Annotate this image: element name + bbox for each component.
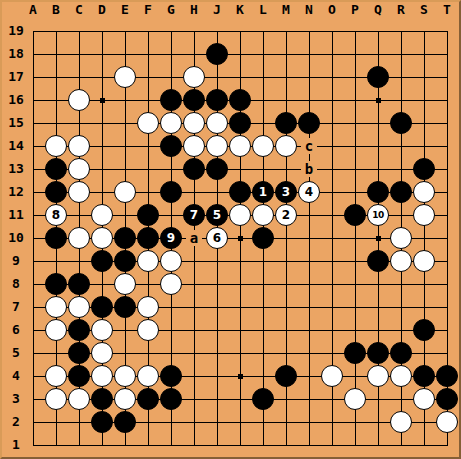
stone-white-R10[interactable] [390, 227, 412, 249]
stone-white-F7[interactable] [137, 296, 159, 318]
stone-black-C6[interactable] [68, 319, 90, 341]
row-label-9: 9 [4, 254, 28, 268]
stone-white-J15[interactable] [206, 112, 228, 134]
star-point-K4 [238, 374, 243, 379]
column-label-Q: Q [367, 3, 389, 17]
stone-white-G8[interactable] [160, 273, 182, 295]
stone-black-T4[interactable] [436, 365, 458, 387]
stone-white-D6[interactable] [91, 319, 113, 341]
stone-white-E4[interactable] [114, 365, 136, 387]
grid-line-horizontal [33, 284, 448, 285]
stone-black-D7[interactable] [91, 296, 113, 318]
column-label-M: M [275, 3, 297, 17]
stone-white-B7[interactable] [45, 296, 67, 318]
grid-line-horizontal [33, 445, 448, 446]
stone-white-K11[interactable] [229, 204, 251, 226]
star-point-K10 [238, 236, 243, 241]
stone-black-Q9[interactable] [367, 250, 389, 272]
stone-black-J18[interactable] [206, 43, 228, 65]
stone-white-S11[interactable] [413, 204, 435, 226]
column-label-L: L [252, 3, 274, 17]
stone-black-F11[interactable] [137, 204, 159, 226]
stone-black-K16[interactable] [229, 89, 251, 111]
stone-black-L3[interactable] [252, 388, 274, 410]
stone-white-E8[interactable] [114, 273, 136, 295]
stone-white-C14[interactable] [68, 135, 90, 157]
stone-white-G9[interactable] [160, 250, 182, 272]
stone-white-F9[interactable] [137, 250, 159, 272]
stone-white-H14[interactable] [183, 135, 205, 157]
star-point-Q16 [376, 98, 381, 103]
row-label-13: 13 [4, 162, 28, 176]
stone-white-B3[interactable] [45, 388, 67, 410]
stone-black-B10[interactable] [45, 227, 67, 249]
row-label-4: 4 [4, 369, 28, 383]
point-label-a-H10: a [186, 230, 202, 246]
row-label-14: 14 [4, 139, 28, 153]
column-label-B: B [45, 3, 67, 17]
stone-black-G4[interactable] [160, 365, 182, 387]
column-label-N: N [298, 3, 320, 17]
stone-black-E10[interactable] [114, 227, 136, 249]
stone-black-S4[interactable] [413, 365, 435, 387]
column-label-E: E [114, 3, 136, 17]
column-label-O: O [321, 3, 343, 17]
row-label-7: 7 [4, 300, 28, 314]
column-label-F: F [137, 3, 159, 17]
stone-black-B13[interactable] [45, 158, 67, 180]
stone-black-C4[interactable] [68, 365, 90, 387]
stone-white-P3[interactable] [344, 388, 366, 410]
stone-white-C16[interactable] [68, 89, 90, 111]
row-label-17: 17 [4, 70, 28, 84]
stone-white-L14[interactable] [252, 135, 274, 157]
stone-black-Q17[interactable] [367, 66, 389, 88]
stone-black-L10[interactable] [252, 227, 274, 249]
stone-black-R12[interactable] [390, 181, 412, 203]
row-label-6: 6 [4, 323, 28, 337]
stone-black-M15[interactable] [275, 112, 297, 134]
stone-black-S13[interactable] [413, 158, 435, 180]
stone-black-S6[interactable] [413, 319, 435, 341]
stone-black-G12[interactable] [160, 181, 182, 203]
column-label-S: S [413, 3, 435, 17]
stone-white-B4[interactable] [45, 365, 67, 387]
stone-white-R4[interactable] [390, 365, 412, 387]
stone-black-D9[interactable] [91, 250, 113, 272]
stone-white-C3[interactable] [68, 388, 90, 410]
row-label-11: 11 [4, 208, 28, 222]
column-label-R: R [390, 3, 412, 17]
stone-black-move-5-J11[interactable]: 5 [206, 204, 228, 226]
stone-white-D11[interactable] [91, 204, 113, 226]
stone-white-move-2-M11[interactable]: 2 [275, 204, 297, 226]
stone-white-F6[interactable] [137, 319, 159, 341]
stone-black-move-7-H11[interactable]: 7 [183, 204, 205, 226]
stone-black-Q5[interactable] [367, 342, 389, 364]
row-label-3: 3 [4, 392, 28, 406]
stone-white-move-4-N12[interactable]: 4 [298, 181, 320, 203]
stone-black-R15[interactable] [390, 112, 412, 134]
stone-black-J13[interactable] [206, 158, 228, 180]
stone-white-C10[interactable] [68, 227, 90, 249]
stone-black-E9[interactable] [114, 250, 136, 272]
stone-black-H16[interactable] [183, 89, 205, 111]
stone-white-E12[interactable] [114, 181, 136, 203]
stone-white-O4[interactable] [321, 365, 343, 387]
stone-white-C7[interactable] [68, 296, 90, 318]
stone-white-D5[interactable] [91, 342, 113, 364]
row-label-2: 2 [4, 415, 28, 429]
stone-black-D3[interactable] [91, 388, 113, 410]
stone-black-T3[interactable] [436, 388, 458, 410]
stone-white-L11[interactable] [252, 204, 274, 226]
stone-black-B8[interactable] [45, 273, 67, 295]
stone-white-B6[interactable] [45, 319, 67, 341]
stone-white-F4[interactable] [137, 365, 159, 387]
stone-white-S9[interactable] [413, 250, 435, 272]
column-label-C: C [68, 3, 90, 17]
stone-black-G14[interactable] [160, 135, 182, 157]
go-board: ABCDEFGHJKLMNOPQRST191817161514131211109… [0, 0, 461, 459]
row-label-12: 12 [4, 185, 28, 199]
stone-white-move-6-J10[interactable]: 6 [206, 227, 228, 249]
point-label-b-N13: b [301, 161, 317, 177]
stone-black-G3[interactable] [160, 388, 182, 410]
column-label-H: H [183, 3, 205, 17]
stone-black-C5[interactable] [68, 342, 90, 364]
stone-white-S12[interactable] [413, 181, 435, 203]
stone-white-Q4[interactable] [367, 365, 389, 387]
stone-white-G15[interactable] [160, 112, 182, 134]
column-label-T: T [436, 3, 458, 17]
stone-white-F15[interactable] [137, 112, 159, 134]
stone-white-C13[interactable] [68, 158, 90, 180]
grid-line-vertical [355, 31, 356, 446]
stone-black-K15[interactable] [229, 112, 251, 134]
column-label-P: P [344, 3, 366, 17]
stone-white-D10[interactable] [91, 227, 113, 249]
stone-black-N15[interactable] [298, 112, 320, 134]
stone-black-move-3-M12[interactable]: 3 [275, 181, 297, 203]
stone-black-K12[interactable] [229, 181, 251, 203]
stone-white-J14[interactable] [206, 135, 228, 157]
stone-white-C12[interactable] [68, 181, 90, 203]
row-label-10: 10 [4, 231, 28, 245]
stone-black-M4[interactable] [275, 365, 297, 387]
column-label-D: D [91, 3, 113, 17]
row-label-18: 18 [4, 47, 28, 61]
stone-black-G16[interactable] [160, 89, 182, 111]
stone-white-E3[interactable] [114, 388, 136, 410]
row-label-8: 8 [4, 277, 28, 291]
star-point-D16 [100, 98, 105, 103]
stone-white-D4[interactable] [91, 365, 113, 387]
stone-white-B14[interactable] [45, 135, 67, 157]
point-label-c-N14: c [301, 138, 317, 154]
stone-black-J16[interactable] [206, 89, 228, 111]
stone-black-E2[interactable] [114, 411, 136, 433]
stone-black-F3[interactable] [137, 388, 159, 410]
stone-black-R5[interactable] [390, 342, 412, 364]
stone-white-R9[interactable] [390, 250, 412, 272]
stone-black-C8[interactable] [68, 273, 90, 295]
stone-black-F10[interactable] [137, 227, 159, 249]
row-label-5: 5 [4, 346, 28, 360]
stone-black-H13[interactable] [183, 158, 205, 180]
stone-black-move-9-G10[interactable]: 9 [160, 227, 182, 249]
column-label-G: G [160, 3, 182, 17]
stone-white-E17[interactable] [114, 66, 136, 88]
stone-black-P5[interactable] [344, 342, 366, 364]
stone-white-K14[interactable] [229, 135, 251, 157]
stone-white-T2[interactable] [436, 411, 458, 433]
stone-white-M14[interactable] [275, 135, 297, 157]
column-label-J: J [206, 3, 228, 17]
row-label-1: 1 [4, 438, 28, 452]
stone-black-Q12[interactable] [367, 181, 389, 203]
stone-black-B12[interactable] [45, 181, 67, 203]
row-label-16: 16 [4, 93, 28, 107]
column-label-K: K [229, 3, 251, 17]
stone-white-move-10-Q11[interactable]: 10 [367, 204, 389, 226]
column-label-A: A [22, 3, 44, 17]
stone-white-S3[interactable] [413, 388, 435, 410]
stone-black-D2[interactable] [91, 411, 113, 433]
grid-line-vertical [309, 31, 310, 446]
stone-black-P11[interactable] [344, 204, 366, 226]
stone-white-move-8-B11[interactable]: 8 [45, 204, 67, 226]
row-label-19: 19 [4, 24, 28, 38]
stone-white-R2[interactable] [390, 411, 412, 433]
stone-white-H15[interactable] [183, 112, 205, 134]
row-label-15: 15 [4, 116, 28, 130]
stone-black-E7[interactable] [114, 296, 136, 318]
star-point-Q10 [376, 236, 381, 241]
stone-black-move-1-L12[interactable]: 1 [252, 181, 274, 203]
stone-white-H17[interactable] [183, 66, 205, 88]
